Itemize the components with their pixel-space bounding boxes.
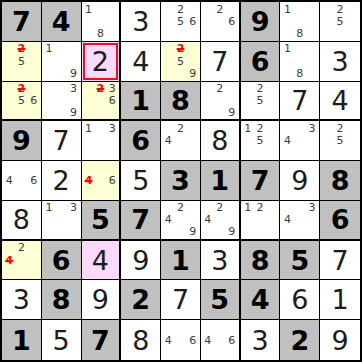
eliminated-candidate-4: 4 [3, 254, 15, 266]
given-digit: 2 [290, 327, 309, 354]
candidate-grid: 46 [162, 321, 199, 359]
solved-digit: 9 [132, 247, 149, 274]
cell-r5c6[interactable]: 1 [201, 161, 241, 201]
candidate-8: 8 [94, 28, 106, 40]
cell-r6c2[interactable]: 13 [42, 201, 82, 241]
cell-r2c7[interactable]: 6 [241, 42, 281, 82]
given-digit: 6 [52, 247, 71, 274]
candidate-grid: 39 [43, 83, 80, 119]
solved-digit: 7 [332, 247, 349, 274]
solved-digit: 7 [53, 127, 70, 154]
eliminated-candidate-2: 2 [174, 43, 186, 55]
cell-r6c3[interactable]: 5 [82, 201, 122, 241]
candidate-grid: 18 [281, 43, 318, 80]
solved-digit: 6 [291, 286, 308, 313]
given-digit: 8 [331, 167, 350, 194]
cell-r5c7[interactable]: 7 [241, 161, 281, 201]
cell-r9c8[interactable]: 2 [280, 320, 320, 360]
cell-r9c5[interactable]: 46 [161, 320, 201, 360]
cell-r4c6[interactable]: 8 [201, 121, 241, 161]
cell-r5c5[interactable]: 3 [161, 161, 201, 201]
candidate-4: 4 [202, 334, 214, 347]
cell-r7c8[interactable]: 5 [280, 241, 320, 281]
cell-r7c2[interactable]: 6 [42, 241, 82, 281]
candidate-5: 5 [174, 55, 186, 67]
given-digit: 1 [171, 247, 190, 274]
candidate-grid: 24 [162, 122, 199, 159]
candidate-1: 1 [43, 202, 55, 214]
cell-r5c4[interactable]: 5 [121, 161, 161, 201]
candidate-grid: 24 [3, 242, 40, 279]
candidate-5: 5 [254, 135, 266, 147]
cell-r6c1[interactable]: 8 [2, 201, 42, 241]
candidate-8: 8 [294, 28, 306, 40]
cell-r8c7[interactable]: 4 [241, 280, 281, 320]
candidate-2: 2 [174, 202, 186, 214]
candidate-3: 3 [67, 202, 79, 214]
cell-r1c2[interactable]: 4 [42, 2, 82, 42]
cell-r6c4[interactable]: 7 [121, 201, 161, 241]
candidate-grid: 12 [242, 202, 279, 238]
candidate-grid: 34 [281, 202, 318, 238]
cell-r1c1[interactable]: 7 [2, 2, 42, 42]
given-digit: 5 [290, 247, 309, 274]
cell-r4c5[interactable]: 24 [161, 121, 201, 161]
candidate-2: 2 [214, 83, 226, 95]
solved-digit: 4 [132, 48, 149, 75]
cell-r9c4[interactable]: 8 [121, 320, 161, 360]
candidate-grid: 26 [202, 3, 238, 40]
given-digit: 8 [251, 247, 270, 274]
cell-r8c2[interactable]: 8 [42, 280, 82, 320]
cell-r1c4[interactable]: 3 [121, 2, 161, 42]
cell-r6c5[interactable]: 249 [161, 201, 201, 241]
candidate-2: 2 [174, 3, 186, 15]
candidate-4: 4 [281, 135, 293, 147]
candidate-1: 1 [83, 3, 95, 15]
candidate-3: 3 [306, 122, 318, 134]
cell-r7c1[interactable]: 24 [2, 241, 42, 281]
given-digit: 9 [12, 127, 31, 154]
candidate-3: 3 [67, 83, 79, 95]
candidate-6: 6 [28, 174, 40, 186]
solved-digit: 7 [211, 48, 228, 75]
candidate-grid: 29 [202, 83, 238, 119]
solved-digit: 1 [332, 286, 349, 313]
candidate-6: 6 [28, 94, 40, 106]
cell-r2c9[interactable]: 3 [320, 42, 360, 82]
given-digit: 8 [171, 87, 190, 114]
eliminated-candidate-2: 2 [15, 43, 27, 55]
given-digit: 3 [171, 167, 190, 194]
given-digit: 7 [91, 327, 110, 354]
cell-r2c3[interactable]: 2 [82, 42, 122, 82]
candidate-grid: 46 [3, 162, 40, 199]
candidate-grid: 249 [162, 202, 199, 238]
candidate-9: 9 [67, 106, 79, 118]
cell-r2c8[interactable]: 18 [280, 42, 320, 82]
solved-digit: 2 [92, 48, 109, 75]
candidate-2: 2 [254, 83, 266, 95]
cell-r9c2[interactable]: 5 [42, 320, 82, 360]
candidate-grid: 256 [3, 83, 40, 119]
candidate-4: 4 [3, 174, 15, 186]
cell-r3c2[interactable]: 39 [42, 82, 82, 122]
candidate-grid: 13 [43, 202, 80, 238]
candidate-6: 6 [226, 334, 238, 347]
candidate-6: 6 [106, 174, 118, 186]
given-digit: 1 [12, 327, 31, 354]
candidate-grid: 46 [202, 321, 238, 359]
solved-digit: 9 [332, 327, 349, 354]
candidate-9: 9 [226, 106, 238, 118]
candidate-3: 3 [106, 83, 118, 95]
cell-r2c4[interactable]: 4 [121, 42, 161, 82]
cell-r4c1[interactable]: 9 [2, 121, 42, 161]
cell-r7c9[interactable]: 7 [320, 241, 360, 281]
candidate-grid: 125 [242, 122, 279, 159]
cell-r6c7[interactable]: 12 [241, 201, 281, 241]
cell-r5c9[interactable]: 8 [320, 161, 360, 201]
candidate-9: 9 [67, 67, 79, 79]
candidate-2: 2 [214, 202, 226, 214]
given-digit: 7 [12, 8, 31, 35]
eliminated-candidate-4: 4 [83, 174, 95, 186]
cell-r7c7[interactable]: 8 [241, 241, 281, 281]
given-digit: 8 [52, 286, 71, 313]
candidate-2: 2 [214, 3, 226, 15]
candidate-grid: 259 [162, 43, 199, 80]
candidate-5: 5 [334, 15, 347, 27]
cell-r8c1[interactable]: 3 [2, 280, 42, 320]
candidate-1: 1 [43, 43, 55, 55]
cell-r3c1[interactable]: 256 [2, 82, 42, 122]
candidate-1: 1 [83, 122, 95, 134]
cell-r4c2[interactable]: 7 [42, 121, 82, 161]
solved-digit: 9 [291, 167, 308, 194]
cell-r5c2[interactable]: 2 [42, 161, 82, 201]
candidate-5: 5 [254, 94, 266, 106]
candidate-8: 8 [294, 67, 306, 79]
cell-r3c6[interactable]: 29 [201, 82, 241, 122]
cell-r9c7[interactable]: 3 [241, 320, 281, 360]
eliminated-candidate-2: 2 [15, 83, 27, 95]
given-digit: 6 [251, 48, 270, 75]
candidate-2: 2 [334, 122, 347, 134]
candidate-grid: 34 [281, 122, 318, 159]
cell-r2c5[interactable]: 259 [161, 42, 201, 82]
candidate-2: 2 [174, 122, 186, 134]
candidate-grid: 46 [83, 162, 119, 199]
solved-digit: 9 [92, 286, 109, 313]
candidate-4: 4 [162, 334, 174, 347]
given-digit: 5 [210, 286, 229, 313]
cell-r6c9[interactable]: 6 [320, 201, 360, 241]
cell-r8c8[interactable]: 6 [280, 280, 320, 320]
solved-digit: 8 [211, 127, 228, 154]
solved-digit: 5 [53, 327, 70, 354]
given-digit: 7 [131, 206, 150, 233]
given-digit: 1 [210, 167, 229, 194]
candidate-9: 9 [187, 67, 199, 79]
cell-r1c7[interactable]: 9 [241, 2, 281, 42]
candidate-grid: 19 [43, 43, 80, 80]
cell-r3c7[interactable]: 25 [241, 82, 281, 122]
candidate-grid: 249 [202, 202, 238, 238]
candidate-grid: 25 [3, 43, 40, 80]
cell-r3c9[interactable]: 4 [320, 82, 360, 122]
candidate-3: 3 [306, 202, 318, 214]
solved-digit: 8 [132, 327, 149, 354]
cell-r7c4[interactable]: 9 [121, 241, 161, 281]
cell-r4c7[interactable]: 125 [241, 121, 281, 161]
candidate-grid: 13 [83, 122, 119, 159]
candidate-9: 9 [187, 226, 199, 238]
given-digit: 6 [131, 127, 150, 154]
candidate-5: 5 [15, 94, 27, 106]
cell-r1c3[interactable]: 18 [82, 2, 122, 42]
candidate-4: 4 [162, 214, 174, 226]
cell-r9c6[interactable]: 46 [201, 320, 241, 360]
cell-r8c3[interactable]: 9 [82, 280, 122, 320]
candidate-4: 4 [281, 214, 293, 226]
solved-digit: 3 [132, 8, 149, 35]
cell-r5c3[interactable]: 46 [82, 161, 122, 201]
candidate-2: 2 [254, 122, 266, 134]
given-digit: 1 [131, 87, 150, 114]
candidate-grid: 256 [162, 3, 199, 40]
solved-digit: 7 [172, 286, 189, 313]
candidate-1: 1 [242, 122, 254, 134]
cell-r8c9[interactable]: 1 [320, 280, 360, 320]
given-digit: 6 [331, 206, 350, 233]
solved-digit: 3 [251, 327, 268, 354]
candidate-6: 6 [106, 94, 118, 106]
candidate-4: 4 [202, 214, 214, 226]
candidate-2: 2 [334, 3, 347, 15]
cell-r1c5[interactable]: 256 [161, 2, 201, 42]
cell-r3c8[interactable]: 7 [280, 82, 320, 122]
candidate-grid: 25 [321, 3, 359, 40]
candidate-grid: 25 [242, 83, 279, 119]
cell-r5c1[interactable]: 46 [2, 161, 42, 201]
cell-r4c8[interactable]: 34 [280, 121, 320, 161]
cell-r1c9[interactable]: 25 [320, 2, 360, 42]
cell-r2c2[interactable]: 19 [42, 42, 82, 82]
cell-r9c1[interactable]: 1 [2, 320, 42, 360]
cell-r3c3[interactable]: 236 [82, 82, 122, 122]
solved-digit: 3 [332, 48, 349, 75]
candidate-9: 9 [226, 226, 238, 238]
cell-r9c3[interactable]: 7 [82, 320, 122, 360]
solved-digit: 4 [92, 247, 109, 274]
solved-digit: 7 [291, 87, 308, 114]
solved-digit: 5 [132, 167, 149, 194]
candidate-1: 1 [242, 202, 254, 214]
cell-r9c9[interactable]: 9 [320, 320, 360, 360]
given-digit: 7 [251, 167, 270, 194]
given-digit: 4 [52, 8, 71, 35]
cell-r8c6[interactable]: 5 [201, 280, 241, 320]
eliminated-candidate-2: 2 [94, 83, 106, 95]
candidate-2: 2 [15, 242, 27, 254]
given-digit: 9 [251, 8, 270, 35]
solved-digit: 3 [13, 286, 30, 313]
cell-r3c5[interactable]: 8 [161, 82, 201, 122]
candidate-grid: 236 [83, 83, 119, 119]
cell-r1c8[interactable]: 18 [280, 2, 320, 42]
solved-digit: 4 [332, 87, 349, 114]
cell-r8c5[interactable]: 7 [161, 280, 201, 320]
candidate-3: 3 [106, 122, 118, 134]
cell-r7c5[interactable]: 1 [161, 241, 201, 281]
solved-digit: 8 [13, 206, 30, 233]
cell-r6c6[interactable]: 249 [201, 201, 241, 241]
cell-r4c9[interactable]: 25 [320, 121, 360, 161]
cell-r4c4[interactable]: 6 [121, 121, 161, 161]
candidate-5: 5 [174, 15, 186, 27]
cell-r1c6[interactable]: 26 [201, 2, 241, 42]
cell-r7c3[interactable]: 4 [82, 241, 122, 281]
candidate-1: 1 [281, 43, 293, 55]
given-digit: 4 [251, 286, 270, 313]
candidate-4: 4 [162, 135, 174, 147]
candidate-grid: 25 [321, 122, 359, 159]
cell-r4c3[interactable]: 13 [82, 121, 122, 161]
cell-r3c4[interactable]: 1 [121, 82, 161, 122]
given-digit: 5 [91, 206, 110, 233]
solved-digit: 3 [211, 247, 228, 274]
candidate-grid: 18 [281, 3, 318, 40]
cell-r2c1[interactable]: 25 [2, 42, 42, 82]
cell-r7c6[interactable]: 3 [201, 241, 241, 281]
cell-r6c8[interactable]: 34 [280, 201, 320, 241]
candidate-5: 5 [15, 55, 27, 67]
candidate-6: 6 [226, 15, 238, 27]
candidate-2: 2 [254, 202, 266, 214]
candidate-6: 6 [187, 334, 199, 347]
cell-r2c6[interactable]: 7 [201, 42, 241, 82]
sudoku-board: 7418325626918252519242597618325639236182… [0, 0, 362, 362]
given-digit: 2 [131, 286, 150, 313]
candidate-6: 6 [187, 15, 199, 27]
candidate-5: 5 [334, 135, 347, 147]
candidate-grid: 18 [83, 3, 119, 40]
solved-digit: 2 [53, 167, 70, 194]
cell-r5c8[interactable]: 9 [280, 161, 320, 201]
candidate-1: 1 [281, 3, 293, 15]
cell-r8c4[interactable]: 2 [121, 280, 161, 320]
